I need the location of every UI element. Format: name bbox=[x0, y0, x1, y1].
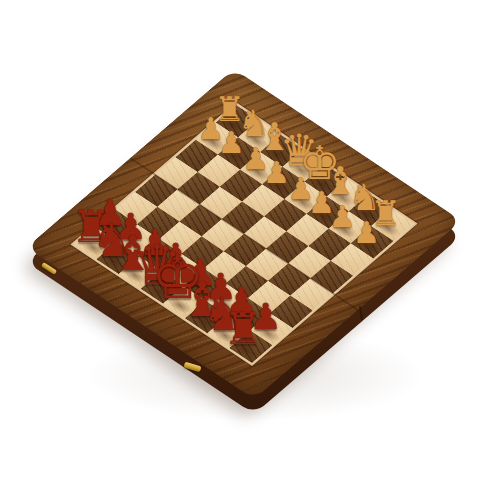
pawn-glyph-icon: ♟ bbox=[327, 218, 407, 248]
rook-glyph-icon: ♜ bbox=[203, 307, 283, 351]
product-photo-scene: ♜♞♝♛♚♝♞♜♟♟♟♟♟♟♟♟♟♟♟♟♟♟♟♟♜♞♝♛♚♝♞♜ bbox=[0, 0, 500, 500]
